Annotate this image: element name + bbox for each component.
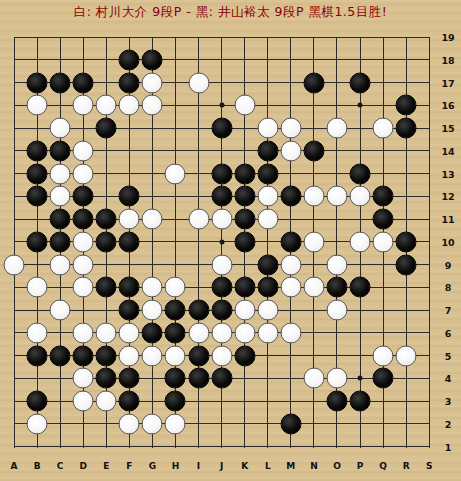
stone-black	[73, 345, 94, 366]
stone-white	[373, 231, 394, 252]
stone-black	[280, 413, 301, 434]
stone-black	[119, 391, 140, 412]
stone-white	[119, 95, 140, 116]
row-label: 4	[445, 373, 452, 384]
stone-white	[165, 277, 186, 298]
stone-black	[27, 345, 48, 366]
column-label: C	[57, 461, 64, 471]
stone-white	[4, 254, 25, 275]
row-label: 7	[445, 305, 452, 316]
stone-black	[373, 209, 394, 230]
stone-black	[27, 231, 48, 252]
stone-black	[396, 95, 417, 116]
stone-black	[211, 277, 232, 298]
column-label: R	[403, 461, 410, 471]
stone-black	[119, 231, 140, 252]
stone-white	[27, 277, 48, 298]
stone-white	[350, 231, 371, 252]
stone-white	[303, 231, 324, 252]
stone-black	[188, 368, 209, 389]
stone-white	[257, 118, 278, 139]
stone-black	[50, 72, 71, 93]
stone-black	[211, 186, 232, 207]
stone-white	[303, 186, 324, 207]
stone-black	[350, 277, 371, 298]
stone-black	[73, 72, 94, 93]
stone-white	[119, 345, 140, 366]
stone-white	[257, 186, 278, 207]
row-label: 17	[441, 77, 454, 88]
stone-black	[234, 209, 255, 230]
stone-black	[234, 231, 255, 252]
grid-line-vertical	[267, 37, 268, 448]
stone-white	[73, 391, 94, 412]
column-label: G	[149, 461, 156, 471]
stone-white	[73, 231, 94, 252]
stone-black	[396, 118, 417, 139]
stone-black	[234, 163, 255, 184]
star-point	[358, 103, 363, 108]
stone-black	[73, 209, 94, 230]
stone-black	[350, 391, 371, 412]
stone-black	[27, 391, 48, 412]
stone-black	[96, 277, 117, 298]
stone-black	[350, 72, 371, 93]
stone-black	[211, 118, 232, 139]
stone-white	[96, 322, 117, 343]
star-point	[219, 239, 224, 244]
column-label: S	[426, 461, 432, 471]
stone-white	[142, 413, 163, 434]
stone-black	[96, 209, 117, 230]
stone-white	[96, 391, 117, 412]
column-label: J	[220, 461, 223, 471]
stone-white	[280, 140, 301, 161]
stone-white	[211, 345, 232, 366]
stone-black	[211, 368, 232, 389]
stone-white	[119, 413, 140, 434]
row-label: 11	[441, 214, 454, 225]
stone-black	[27, 72, 48, 93]
stone-black	[234, 345, 255, 366]
stone-black	[96, 231, 117, 252]
stone-white	[257, 300, 278, 321]
stone-white	[188, 72, 209, 93]
stone-black	[96, 368, 117, 389]
row-label: 1	[445, 441, 452, 452]
row-label: 9	[445, 259, 452, 270]
grid-line-vertical	[429, 37, 430, 448]
stone-black	[142, 322, 163, 343]
stone-white	[50, 118, 71, 139]
stone-white	[50, 163, 71, 184]
row-label: 5	[445, 350, 452, 361]
column-label: H	[172, 461, 180, 471]
column-label: M	[286, 461, 295, 471]
stone-white	[142, 95, 163, 116]
stone-white	[303, 368, 324, 389]
stone-white	[303, 277, 324, 298]
stone-black	[119, 277, 140, 298]
stone-white	[165, 413, 186, 434]
stone-white	[373, 118, 394, 139]
stone-black	[96, 118, 117, 139]
column-label: Q	[379, 461, 387, 471]
grid-line-horizontal	[14, 446, 430, 447]
stone-white	[73, 95, 94, 116]
stone-white	[73, 368, 94, 389]
stone-black	[119, 49, 140, 70]
stone-black	[373, 368, 394, 389]
go-game-viewer: 白: 村川大介 9段P - 黑: 井山裕太 9段P 黑棋1.5目胜! ABCDE…	[0, 0, 461, 481]
row-label: 3	[445, 396, 452, 407]
goban[interactable]: ABCDEFGHIJKLMNOPQRS191817161514131211109…	[0, 0, 461, 481]
star-point	[358, 376, 363, 381]
stone-white	[280, 277, 301, 298]
row-label: 13	[441, 168, 454, 179]
column-label: I	[197, 461, 200, 471]
column-label: A	[11, 461, 18, 471]
stone-white	[326, 118, 347, 139]
stone-white	[326, 186, 347, 207]
row-label: 19	[441, 32, 454, 43]
column-label: L	[265, 461, 271, 471]
grid-line-horizontal	[14, 37, 430, 38]
stone-white	[50, 186, 71, 207]
stone-black	[326, 391, 347, 412]
grid-line-horizontal	[14, 59, 430, 60]
stone-black	[165, 322, 186, 343]
stone-black	[396, 254, 417, 275]
stone-white	[280, 118, 301, 139]
stone-black	[188, 300, 209, 321]
stone-white	[326, 300, 347, 321]
stone-black	[257, 277, 278, 298]
stone-white	[119, 322, 140, 343]
stone-white	[73, 140, 94, 161]
column-label: N	[310, 461, 318, 471]
row-label: 14	[441, 145, 454, 156]
stone-black	[257, 254, 278, 275]
stone-white	[257, 322, 278, 343]
column-label: P	[357, 461, 364, 471]
stone-black	[234, 277, 255, 298]
row-label: 12	[441, 191, 454, 202]
row-label: 10	[441, 236, 454, 247]
stone-black	[234, 186, 255, 207]
stone-white	[73, 277, 94, 298]
column-label: K	[241, 461, 248, 471]
stone-black	[373, 186, 394, 207]
stone-black	[50, 231, 71, 252]
row-label: 2	[445, 418, 452, 429]
stone-white	[96, 95, 117, 116]
stone-white	[211, 254, 232, 275]
stone-white	[211, 322, 232, 343]
star-point	[219, 103, 224, 108]
column-label: O	[333, 461, 341, 471]
stone-white	[326, 254, 347, 275]
stone-black	[27, 186, 48, 207]
stone-white	[73, 163, 94, 184]
stone-black	[50, 140, 71, 161]
stone-white	[50, 254, 71, 275]
stone-black	[257, 163, 278, 184]
stone-black	[280, 186, 301, 207]
stone-white	[280, 322, 301, 343]
stone-white	[50, 300, 71, 321]
stone-black	[165, 368, 186, 389]
stone-white	[165, 163, 186, 184]
row-label: 15	[441, 123, 454, 134]
stone-white	[280, 254, 301, 275]
stone-black	[396, 231, 417, 252]
stone-white	[142, 209, 163, 230]
stone-white	[326, 368, 347, 389]
stone-black	[27, 140, 48, 161]
column-label: D	[79, 461, 86, 471]
stone-white	[234, 95, 255, 116]
stone-white	[373, 345, 394, 366]
stone-black	[303, 72, 324, 93]
stone-white	[27, 413, 48, 434]
stone-white	[211, 209, 232, 230]
stone-black	[211, 300, 232, 321]
stone-black	[119, 368, 140, 389]
stone-black	[303, 140, 324, 161]
stone-white	[188, 322, 209, 343]
stone-black	[73, 186, 94, 207]
stone-white	[396, 345, 417, 366]
stone-white	[27, 95, 48, 116]
stone-black	[211, 163, 232, 184]
stone-black	[119, 186, 140, 207]
stone-white	[350, 186, 371, 207]
stone-white	[73, 322, 94, 343]
stone-black	[119, 72, 140, 93]
stone-white	[188, 209, 209, 230]
stone-white	[73, 254, 94, 275]
column-label: B	[34, 461, 41, 471]
row-label: 18	[441, 54, 454, 65]
stone-white	[142, 72, 163, 93]
stone-white	[234, 322, 255, 343]
stone-black	[119, 300, 140, 321]
stone-black	[27, 163, 48, 184]
stone-black	[142, 49, 163, 70]
stone-black	[96, 345, 117, 366]
stone-black	[165, 300, 186, 321]
column-label: E	[103, 461, 109, 471]
stone-white	[142, 277, 163, 298]
row-label: 8	[445, 282, 452, 293]
stone-black	[50, 209, 71, 230]
stone-black	[50, 345, 71, 366]
stone-white	[142, 300, 163, 321]
stone-white	[27, 322, 48, 343]
stone-black	[165, 391, 186, 412]
stone-black	[280, 231, 301, 252]
stone-black	[257, 140, 278, 161]
stone-white	[142, 345, 163, 366]
grid-line-horizontal	[14, 423, 430, 424]
stone-white	[234, 300, 255, 321]
row-label: 6	[445, 327, 452, 338]
row-label: 16	[441, 100, 454, 111]
column-label: F	[126, 461, 132, 471]
stone-white	[165, 345, 186, 366]
grid-line-vertical	[14, 37, 15, 448]
stone-white	[119, 209, 140, 230]
stone-white	[257, 209, 278, 230]
stone-black	[188, 345, 209, 366]
stone-black	[326, 277, 347, 298]
stone-black	[350, 163, 371, 184]
